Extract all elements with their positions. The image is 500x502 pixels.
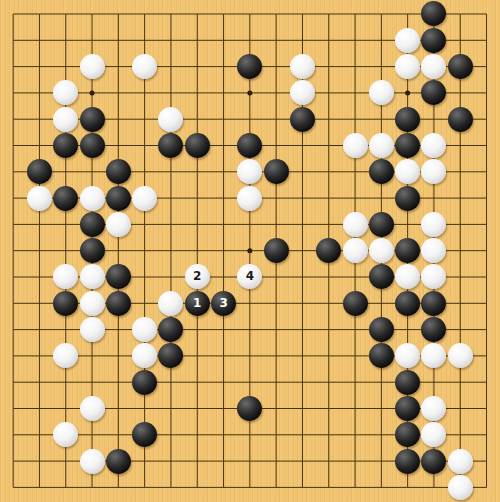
white-stone <box>53 264 78 289</box>
white-stone <box>421 238 446 263</box>
black-stone <box>369 159 394 184</box>
white-stone <box>369 238 394 263</box>
white-stone <box>421 422 446 447</box>
black-stone <box>395 291 420 316</box>
white-stone-move-4: 4 <box>237 264 262 289</box>
move-number-label: 2 <box>193 264 201 289</box>
black-stone <box>369 317 394 342</box>
black-stone <box>395 422 420 447</box>
black-stone <box>264 159 289 184</box>
black-stone <box>395 186 420 211</box>
white-stone <box>53 80 78 105</box>
white-stone <box>421 54 446 79</box>
black-stone <box>80 107 105 132</box>
white-stone <box>158 107 183 132</box>
black-stone <box>27 159 52 184</box>
white-stone <box>132 54 157 79</box>
white-stone <box>421 133 446 158</box>
white-stone <box>290 54 315 79</box>
black-stone <box>132 370 157 395</box>
black-stone <box>343 291 368 316</box>
black-stone <box>395 449 420 474</box>
black-stone <box>369 212 394 237</box>
white-stone <box>343 238 368 263</box>
black-stone <box>158 133 183 158</box>
white-stone <box>80 317 105 342</box>
white-stone <box>237 186 262 211</box>
white-stone <box>421 343 446 368</box>
black-stone-move-3: 3 <box>211 291 236 316</box>
black-stone <box>369 343 394 368</box>
white-stone <box>343 212 368 237</box>
stones-layer: 2413 <box>0 1 500 501</box>
black-stone <box>106 291 131 316</box>
white-stone <box>106 212 131 237</box>
black-stone <box>237 133 262 158</box>
white-stone <box>369 133 394 158</box>
black-stone <box>132 422 157 447</box>
black-stone <box>395 370 420 395</box>
black-stone <box>106 186 131 211</box>
move-number-label: 3 <box>219 291 227 316</box>
black-stone <box>106 264 131 289</box>
white-stone <box>158 291 183 316</box>
black-stone <box>53 291 78 316</box>
white-stone <box>448 449 473 474</box>
white-stone <box>132 343 157 368</box>
black-stone <box>395 133 420 158</box>
white-stone <box>80 186 105 211</box>
black-stone <box>290 107 315 132</box>
black-stone <box>264 238 289 263</box>
black-stone <box>395 238 420 263</box>
white-stone <box>53 107 78 132</box>
move-number-label: 1 <box>193 291 201 316</box>
move-number-label: 4 <box>246 264 254 289</box>
white-stone <box>27 186 52 211</box>
white-stone-move-2: 2 <box>185 264 210 289</box>
black-stone <box>106 449 131 474</box>
white-stone <box>80 291 105 316</box>
black-stone <box>237 54 262 79</box>
black-stone <box>421 317 446 342</box>
white-stone <box>421 159 446 184</box>
white-stone <box>448 475 473 500</box>
black-stone <box>185 133 210 158</box>
white-stone <box>421 212 446 237</box>
black-stone <box>158 343 183 368</box>
white-stone <box>421 396 446 421</box>
white-stone <box>395 28 420 53</box>
black-stone <box>158 317 183 342</box>
black-stone <box>316 238 341 263</box>
black-stone <box>53 133 78 158</box>
white-stone <box>421 264 446 289</box>
black-stone <box>53 186 78 211</box>
black-stone <box>421 449 446 474</box>
white-stone <box>53 422 78 447</box>
white-stone <box>132 317 157 342</box>
black-stone <box>106 159 131 184</box>
black-stone <box>80 212 105 237</box>
go-board[interactable]: 2413 <box>0 0 500 502</box>
black-stone <box>448 107 473 132</box>
black-stone <box>421 28 446 53</box>
white-stone <box>80 54 105 79</box>
black-stone <box>395 396 420 421</box>
white-stone <box>395 54 420 79</box>
white-stone <box>132 186 157 211</box>
white-stone <box>395 343 420 368</box>
black-stone <box>421 291 446 316</box>
black-stone <box>448 54 473 79</box>
black-stone-move-1: 1 <box>185 291 210 316</box>
white-stone <box>395 159 420 184</box>
black-stone <box>80 133 105 158</box>
black-stone <box>369 264 394 289</box>
black-stone <box>80 238 105 263</box>
black-stone <box>237 396 262 421</box>
white-stone <box>80 396 105 421</box>
black-stone <box>395 107 420 132</box>
white-stone <box>237 159 262 184</box>
white-stone <box>80 264 105 289</box>
white-stone <box>290 80 315 105</box>
white-stone <box>448 343 473 368</box>
black-stone <box>421 80 446 105</box>
white-stone <box>80 449 105 474</box>
black-stone <box>421 1 446 26</box>
white-stone <box>53 343 78 368</box>
white-stone <box>369 80 394 105</box>
white-stone <box>343 133 368 158</box>
white-stone <box>395 264 420 289</box>
